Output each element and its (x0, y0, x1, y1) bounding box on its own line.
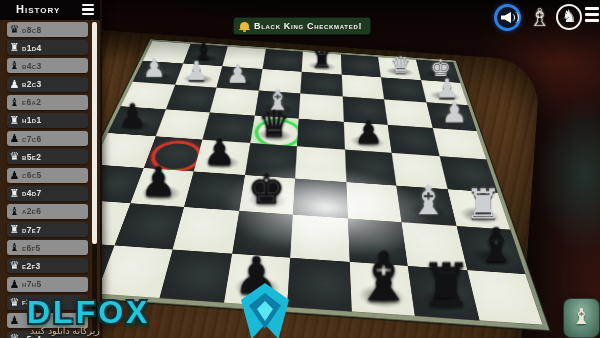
board-scene: ♝♜♛♚♟♟♟♟♝♟♟♛♟♟♟♚♝♜♝♜♟♝♜ (150, 50, 450, 310)
move-history-list: ♛d8c8♜d1d4♝b4c3♟b2c3♝e6a2♜h1d1♟c7c6♛b5e2… (0, 22, 92, 338)
white-bishop[interactable]: ♝ (401, 181, 455, 222)
white-pawn[interactable]: ♟ (175, 59, 217, 85)
black-pawn[interactable]: ♟ (109, 101, 156, 133)
move-text: e2f3 (22, 261, 41, 271)
square-f7[interactable] (341, 74, 384, 99)
rook-icon: ♜ (7, 40, 22, 55)
history-menu-button[interactable] (82, 4, 94, 16)
history-move-5[interactable]: ♝e6a2 (7, 95, 88, 110)
history-title: History (16, 3, 60, 15)
square-f1[interactable]: ♝ (349, 261, 415, 316)
square-e5[interactable] (297, 118, 344, 149)
main-menu-button[interactable] (585, 7, 599, 23)
move-text: b5e2 (22, 152, 41, 162)
history-move-6[interactable]: ♜h1d1 (7, 113, 88, 128)
history-header: History (0, 0, 100, 20)
piece-set-thumbnail[interactable]: ♝ (563, 298, 600, 338)
rook-icon: ♜ (7, 186, 22, 201)
sound-toggle-button[interactable] (494, 4, 521, 31)
white-pawn[interactable]: ♟ (217, 62, 259, 88)
watermark-logo (235, 283, 295, 338)
history-move-8[interactable]: ♛b5e2 (7, 149, 88, 164)
watermark-subtitle: زیرگانه دانلود کنید (30, 325, 100, 336)
queen-icon: ♛ (7, 258, 22, 273)
square-g7[interactable] (381, 77, 426, 102)
white-pawn[interactable]: ♟ (432, 99, 476, 128)
black-pawn[interactable]: ♟ (194, 135, 245, 171)
queen-icon: ♛ (7, 295, 22, 310)
history-move-10[interactable]: ♜d4d7 (7, 186, 88, 201)
history-move-7[interactable]: ♟c7c6 (7, 131, 88, 146)
bishop-icon: ♝ (7, 240, 22, 255)
square-c1[interactable] (159, 249, 231, 303)
move-text: b2c3 (22, 79, 42, 89)
square-h6[interactable]: ♟ (426, 102, 477, 130)
move-text: b4c3 (22, 61, 42, 71)
black-rook[interactable]: ♜ (414, 255, 478, 314)
square-e2[interactable] (290, 215, 349, 262)
move-text: d8c8 (22, 25, 42, 35)
bishop-icon: ♝ (7, 204, 22, 219)
queen-icon: ♛ (7, 331, 22, 338)
move-text: d1d4 (22, 43, 42, 53)
history-scrollbar-track[interactable] (92, 22, 97, 336)
pawn-icon: ♟ (7, 277, 22, 292)
square-g3[interactable]: ♝ (396, 185, 456, 226)
black-bishop[interactable]: ♝ (351, 242, 415, 310)
square-b7[interactable]: ♟ (175, 63, 223, 88)
history-scrollbar-thumb[interactable] (92, 22, 97, 244)
chess-app-window: ♝♜♛♚♟♟♟♟♝♟♟♛♟♟♟♚♝♜♝♜♟♝♜ Black King Check… (0, 0, 600, 338)
square-e7[interactable] (300, 72, 342, 97)
rook-icon: ♜ (7, 222, 22, 237)
square-b6[interactable] (165, 85, 216, 112)
pawn-icon: ♟ (7, 168, 22, 183)
history-move-9[interactable]: ♟c6c5 (7, 168, 88, 183)
knight-icon: ♞ (561, 7, 576, 26)
bell-icon (240, 21, 249, 32)
move-text: a2e6 (22, 206, 41, 216)
history-move-14[interactable]: ♛e2f3 (7, 258, 88, 273)
square-g1[interactable]: ♜ (408, 265, 479, 320)
square-e6[interactable] (299, 94, 343, 122)
history-move-4[interactable]: ♟b2c3 (7, 77, 88, 92)
bishop-icon: ♝ (7, 58, 22, 73)
move-text: h1d1 (22, 115, 42, 125)
square-c2[interactable] (173, 207, 239, 253)
black-pawn[interactable]: ♟ (131, 162, 185, 203)
square-f3[interactable] (346, 182, 402, 223)
move-text: e6f5 (22, 243, 41, 253)
checkmate-banner-text: Black King Checkmated! (254, 21, 362, 31)
checkmate-banner: Black King Checkmated! (233, 17, 371, 35)
square-e3[interactable] (293, 178, 347, 218)
square-d3[interactable]: ♚ (238, 175, 295, 215)
history-move-13[interactable]: ♝e6f5 (7, 240, 88, 255)
history-move-15[interactable]: ♟h7h5 (7, 277, 88, 292)
bishop-icon: ♝ (7, 95, 22, 110)
square-e1[interactable] (287, 257, 351, 311)
pawn-icon: ♟ (7, 313, 22, 328)
move-text: e6a2 (22, 97, 41, 107)
move-text: d4d7 (22, 188, 42, 198)
move-text: h7h5 (22, 279, 42, 289)
move-text: c7c6 (22, 134, 42, 144)
square-g5[interactable] (388, 125, 439, 157)
history-panel: History ♛d8c8♜d1d4♝b4c3♟b2c3♝e6a2♜h1d1♟c… (0, 0, 102, 338)
move-text: d7e7 (22, 225, 41, 235)
speaker-wave-icon (510, 12, 519, 23)
history-move-12[interactable]: ♜d7e7 (7, 222, 88, 237)
white-piece-photo-icon: ♝ (572, 304, 592, 329)
pawn-icon: ♟ (7, 131, 22, 146)
black-pawn[interactable]: ♟ (344, 117, 391, 149)
move-text: c6c5 (22, 170, 42, 180)
square-d5[interactable]: ♛ (250, 115, 299, 146)
black-queen[interactable]: ♛ (250, 106, 297, 143)
history-move-2[interactable]: ♜d1d4 (7, 40, 88, 55)
rook-icon: ♜ (7, 113, 22, 128)
square-c3[interactable] (184, 171, 244, 211)
knight-circle-button[interactable]: ♞ (556, 4, 582, 30)
history-move-3[interactable]: ♝b4c3 (7, 58, 88, 73)
square-f4[interactable] (344, 150, 396, 186)
square-f5[interactable]: ♟ (343, 121, 391, 152)
history-move-11[interactable]: ♝a2e6 (7, 204, 88, 219)
history-move-1[interactable]: ♛d8c8 (7, 22, 88, 37)
square-e4[interactable] (295, 146, 346, 181)
queen-icon: ♛ (7, 149, 22, 164)
black-king[interactable]: ♚ (239, 168, 293, 210)
angel-piece-icon[interactable]: ♗ (527, 2, 553, 32)
square-b3[interactable]: ♟ (130, 167, 194, 207)
square-h5[interactable] (432, 128, 486, 160)
queen-icon: ♛ (7, 22, 22, 37)
pawn-icon: ♟ (7, 77, 22, 92)
